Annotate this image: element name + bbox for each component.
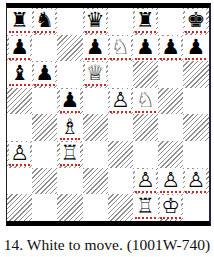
piece-white-rook: ♖ [135,195,156,219]
square-a7: ♟ [7,35,32,62]
square-h3 [183,141,208,168]
square-e4 [108,114,133,141]
square-g3 [158,141,183,168]
square-d2 [83,168,108,195]
square-c7 [57,35,82,62]
square-b7 [32,35,57,62]
piece-black-pawn: ♟ [85,36,106,60]
square-b6: ♟ [32,61,57,88]
square-f2: ♙ [133,168,158,195]
square-e5: ♙ [108,88,133,115]
square-b1 [32,194,57,221]
square-c8 [57,8,82,35]
piece-black-queen: ♛ [85,9,106,33]
chess-diagram-page: ♜♞♛♜♚♟♟♘♟♟♟♝♟♕♟♙♘♗♙♖♙♙♙♖♔ 14. White to m… [0,0,214,257]
square-g5 [158,88,183,115]
square-a3: ♙ [7,141,32,168]
square-h8: ♚ [183,8,208,35]
square-c1 [57,194,82,221]
piece-black-pawn: ♟ [135,36,156,60]
square-c2 [57,168,82,195]
square-b3 [32,141,57,168]
piece-white-king: ♔ [160,195,181,219]
square-a2 [7,168,32,195]
square-c3: ♖ [57,141,82,168]
square-e3 [108,141,133,168]
square-a6: ♝ [7,61,32,88]
piece-black-pawn: ♟ [60,89,81,113]
piece-black-bishop: ♝ [9,62,30,86]
square-e1 [108,194,133,221]
square-d7: ♟ [83,35,108,62]
piece-white-pawn: ♙ [160,169,181,193]
square-f4 [133,114,158,141]
piece-white-pawn: ♙ [135,169,156,193]
piece-black-pawn: ♟ [160,36,181,60]
square-f5: ♘ [133,88,158,115]
square-d6: ♕ [83,61,108,88]
piece-white-pawn: ♙ [9,142,30,166]
piece-black-pawn: ♟ [34,62,55,86]
square-b8: ♞ [32,8,57,35]
square-d1 [83,194,108,221]
piece-white-bishop: ♗ [60,116,81,140]
square-d8: ♛ [83,8,108,35]
square-c5: ♟ [57,88,82,115]
piece-white-pawn: ♙ [110,89,131,113]
piece-black-rook: ♜ [9,9,30,33]
square-g7: ♟ [158,35,183,62]
piece-black-pawn: ♟ [185,36,206,60]
square-e6 [108,61,133,88]
square-a1 [7,194,32,221]
square-g8 [158,8,183,35]
piece-white-knight: ♘ [135,89,156,113]
square-h5 [183,88,208,115]
diagram-caption: 14. White to move. (1001W-740) [0,236,214,254]
square-d3 [83,141,108,168]
square-h2: ♙ [183,168,208,195]
piece-black-knight: ♞ [34,9,55,33]
square-d5 [83,88,108,115]
chess-board-frame: ♜♞♛♜♚♟♟♘♟♟♟♝♟♕♟♙♘♗♙♖♙♙♙♖♔ [6,3,211,226]
square-a8: ♜ [7,8,32,35]
square-c6 [57,61,82,88]
square-g1: ♔ [158,194,183,221]
square-f3 [133,141,158,168]
square-a4 [7,114,32,141]
square-b4 [32,114,57,141]
square-b2 [32,168,57,195]
square-h6 [183,61,208,88]
chess-board: ♜♞♛♜♚♟♟♘♟♟♟♝♟♕♟♙♘♗♙♖♙♙♙♖♔ [7,8,209,221]
piece-white-rook: ♖ [60,142,81,166]
square-f7: ♟ [133,35,158,62]
square-d4 [83,114,108,141]
square-b5 [32,88,57,115]
piece-white-queen: ♕ [85,62,106,86]
square-h7: ♟ [183,35,208,62]
square-g2: ♙ [158,168,183,195]
square-g6 [158,61,183,88]
square-e8 [108,8,133,35]
square-f6 [133,61,158,88]
square-e2 [108,168,133,195]
square-h4 [183,114,208,141]
piece-white-pawn: ♙ [185,169,206,193]
piece-black-pawn: ♟ [9,36,30,60]
piece-black-rook: ♜ [135,9,156,33]
piece-black-king: ♚ [185,9,206,33]
square-c4: ♗ [57,114,82,141]
square-f1: ♖ [133,194,158,221]
square-h1 [183,194,208,221]
square-f8: ♜ [133,8,158,35]
piece-white-knight: ♘ [110,36,131,60]
square-g4 [158,114,183,141]
square-e7: ♘ [108,35,133,62]
square-a5 [7,88,32,115]
